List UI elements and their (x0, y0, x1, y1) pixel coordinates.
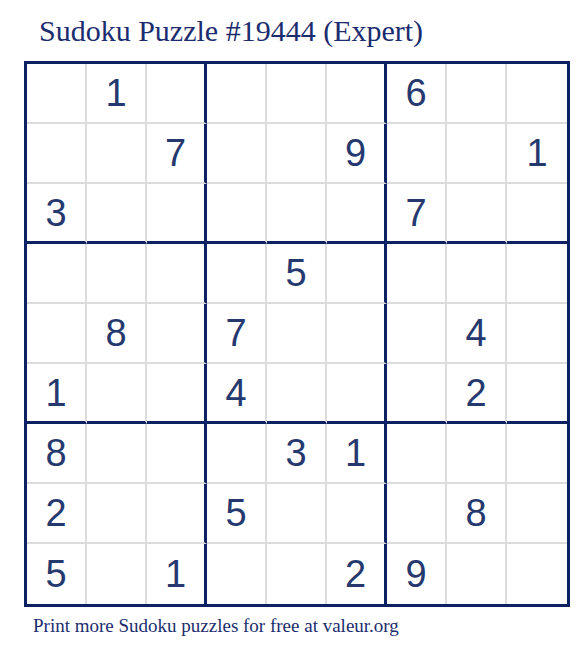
cell-r4c9[interactable] (507, 244, 567, 304)
cell-r2c1[interactable] (27, 124, 87, 184)
cell-r8c9[interactable] (507, 484, 567, 544)
cell-r1c9[interactable] (507, 64, 567, 124)
cell-r1c7[interactable]: 6 (387, 64, 447, 124)
cell-r8c1[interactable]: 2 (27, 484, 87, 544)
cell-r4c8[interactable] (447, 244, 507, 304)
cell-r6c3[interactable] (147, 364, 207, 424)
cell-r9c4[interactable] (207, 544, 267, 604)
cell-r7c9[interactable] (507, 424, 567, 484)
cell-r7c2[interactable] (87, 424, 147, 484)
cell-r7c7[interactable] (387, 424, 447, 484)
cell-r4c3[interactable] (147, 244, 207, 304)
cell-r4c4[interactable] (207, 244, 267, 304)
cell-r2c3[interactable]: 7 (147, 124, 207, 184)
cell-r7c6[interactable]: 1 (327, 424, 387, 484)
cell-r9c1[interactable]: 5 (27, 544, 87, 604)
cell-r1c8[interactable] (447, 64, 507, 124)
cell-r4c7[interactable] (387, 244, 447, 304)
cell-r1c2[interactable]: 1 (87, 64, 147, 124)
cell-r9c5[interactable] (267, 544, 327, 604)
cell-r9c2[interactable] (87, 544, 147, 604)
cell-r9c8[interactable] (447, 544, 507, 604)
cell-r3c2[interactable] (87, 184, 147, 244)
cell-r5c4[interactable]: 7 (207, 304, 267, 364)
cell-r5c7[interactable] (387, 304, 447, 364)
cell-r8c5[interactable] (267, 484, 327, 544)
footer-text: Print more Sudoku puzzles for free at va… (33, 615, 399, 637)
cell-r7c8[interactable] (447, 424, 507, 484)
cell-r3c1[interactable]: 3 (27, 184, 87, 244)
cell-r6c2[interactable] (87, 364, 147, 424)
cell-r9c3[interactable]: 1 (147, 544, 207, 604)
cell-r2c5[interactable] (267, 124, 327, 184)
sudoku-page: Sudoku Puzzle #19444 (Expert) 1679137587… (0, 0, 580, 651)
cell-r6c8[interactable]: 2 (447, 364, 507, 424)
cell-r1c4[interactable] (207, 64, 267, 124)
cell-r2c6[interactable]: 9 (327, 124, 387, 184)
cell-r9c9[interactable] (507, 544, 567, 604)
cell-r5c5[interactable] (267, 304, 327, 364)
cell-r7c5[interactable]: 3 (267, 424, 327, 484)
cell-r7c3[interactable] (147, 424, 207, 484)
cell-r7c4[interactable] (207, 424, 267, 484)
cell-r6c6[interactable] (327, 364, 387, 424)
cell-r3c5[interactable] (267, 184, 327, 244)
cell-r4c2[interactable] (87, 244, 147, 304)
cell-r6c5[interactable] (267, 364, 327, 424)
cell-r3c3[interactable] (147, 184, 207, 244)
cell-r2c7[interactable] (387, 124, 447, 184)
cell-r6c4[interactable]: 4 (207, 364, 267, 424)
cell-r5c8[interactable]: 4 (447, 304, 507, 364)
cell-r3c9[interactable] (507, 184, 567, 244)
cell-r2c4[interactable] (207, 124, 267, 184)
page-title: Sudoku Puzzle #19444 (Expert) (39, 14, 423, 48)
cell-r5c9[interactable] (507, 304, 567, 364)
cell-r4c6[interactable] (327, 244, 387, 304)
cell-r5c3[interactable] (147, 304, 207, 364)
cell-r5c2[interactable]: 8 (87, 304, 147, 364)
sudoku-board: 167913758741428312585129 (24, 61, 570, 607)
cell-r2c2[interactable] (87, 124, 147, 184)
cell-r4c5[interactable]: 5 (267, 244, 327, 304)
cell-r1c1[interactable] (27, 64, 87, 124)
cell-r4c1[interactable] (27, 244, 87, 304)
cell-r8c3[interactable] (147, 484, 207, 544)
cell-r5c6[interactable] (327, 304, 387, 364)
cell-r3c6[interactable] (327, 184, 387, 244)
cell-r5c1[interactable] (27, 304, 87, 364)
cell-r8c2[interactable] (87, 484, 147, 544)
cell-r1c3[interactable] (147, 64, 207, 124)
cell-r8c7[interactable] (387, 484, 447, 544)
cell-r2c9[interactable]: 1 (507, 124, 567, 184)
cell-r1c5[interactable] (267, 64, 327, 124)
cell-r6c7[interactable] (387, 364, 447, 424)
cell-r3c4[interactable] (207, 184, 267, 244)
cell-r1c6[interactable] (327, 64, 387, 124)
cell-r6c9[interactable] (507, 364, 567, 424)
cell-r3c7[interactable]: 7 (387, 184, 447, 244)
cell-r8c6[interactable] (327, 484, 387, 544)
cell-r9c7[interactable]: 9 (387, 544, 447, 604)
cell-r3c8[interactable] (447, 184, 507, 244)
cell-r8c4[interactable]: 5 (207, 484, 267, 544)
cell-r7c1[interactable]: 8 (27, 424, 87, 484)
cell-r2c8[interactable] (447, 124, 507, 184)
cell-r9c6[interactable]: 2 (327, 544, 387, 604)
cell-r6c1[interactable]: 1 (27, 364, 87, 424)
cell-r8c8[interactable]: 8 (447, 484, 507, 544)
